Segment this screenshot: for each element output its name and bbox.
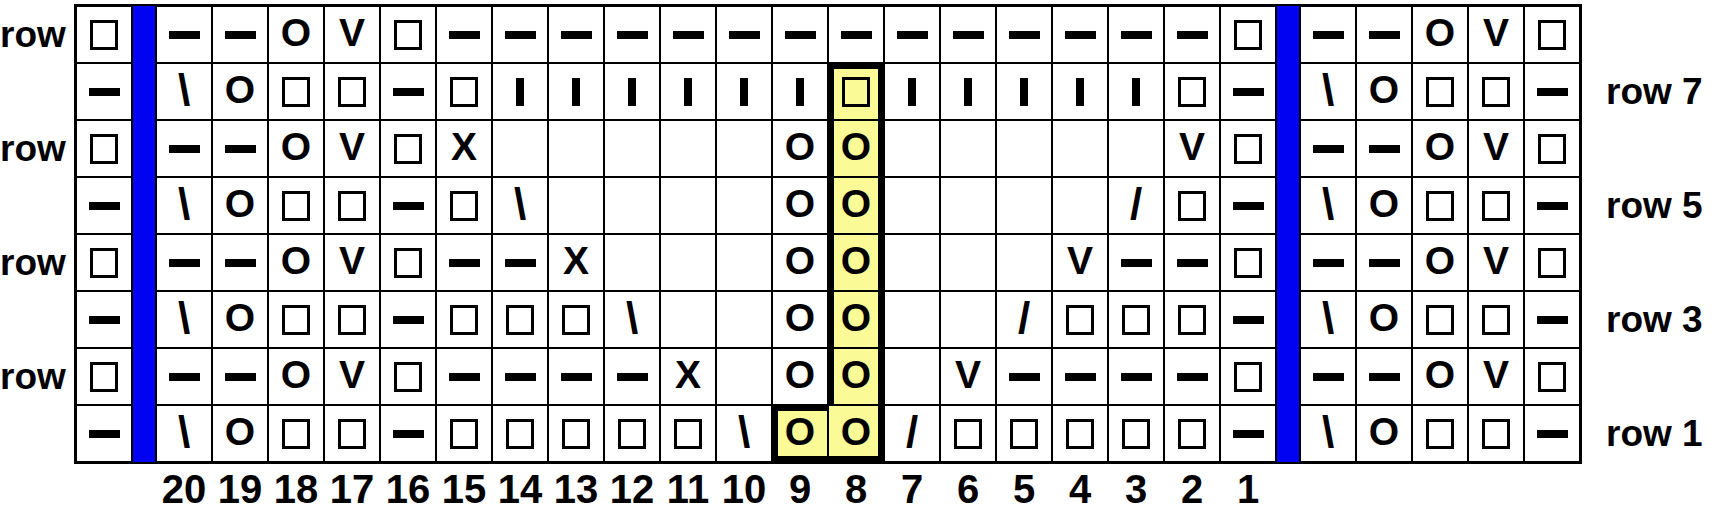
cell-row6-c7 — [884, 120, 940, 177]
cell-row7-c2 — [1164, 63, 1220, 120]
purl-dash-symbol — [169, 145, 200, 153]
column-number-2: 2 — [1164, 464, 1220, 514]
purl-dash-symbol — [225, 373, 256, 381]
yarnover-o-symbol: O — [841, 298, 871, 337]
cell-row6-c17: V — [324, 120, 380, 177]
cell-row8-c9 — [772, 6, 828, 63]
open-square-symbol — [1426, 305, 1454, 335]
row-label-right-6: row 3 — [1582, 291, 1716, 348]
cell-row3-c20: \ — [156, 291, 212, 348]
cell-row4-c3 — [1108, 234, 1164, 291]
backslash-symbol: \ — [1322, 68, 1334, 112]
open-square-symbol — [1538, 134, 1566, 164]
open-square-symbol — [450, 191, 478, 221]
purl-dash-symbol — [1369, 259, 1400, 267]
cell-row7-c14 — [492, 63, 548, 120]
cell-row4-c5 — [996, 234, 1052, 291]
cell-row5-c11 — [660, 177, 716, 234]
yarnover-o-symbol: O — [785, 298, 815, 337]
yarnover-o-symbol: O — [1369, 184, 1399, 223]
cell-row6-c8: O — [828, 120, 884, 177]
yarnover-o-symbol: O — [785, 412, 815, 451]
cell-row7-c6 — [940, 63, 996, 120]
purl-dash-symbol — [1313, 31, 1344, 39]
cell-row4-c4: V — [1052, 234, 1108, 291]
cell-row3-c6 — [940, 291, 996, 348]
open-square-symbol — [562, 305, 590, 335]
open-square-symbol — [1178, 419, 1206, 449]
cell-row1-c16 — [380, 405, 436, 462]
cell-row7-c1 — [1220, 63, 1276, 120]
cell-row7-c19: O — [212, 63, 268, 120]
cell-row4-c14 — [492, 234, 548, 291]
open-square-symbol — [282, 77, 310, 107]
purl-dash-symbol — [1369, 145, 1400, 153]
purl-dash-symbol — [225, 31, 256, 39]
cell-rightedge-row6-p5 — [1524, 120, 1580, 177]
yarnover-o-symbol: O — [841, 127, 871, 166]
knit-bar-symbol — [1132, 78, 1140, 106]
purl-dash-symbol — [1233, 88, 1264, 96]
cell-row2-c11: X — [660, 348, 716, 405]
open-square-symbol — [1482, 305, 1510, 335]
knit-bar-symbol — [628, 78, 636, 106]
cell-row8-c17: V — [324, 6, 380, 63]
purl-dash-symbol — [169, 373, 200, 381]
open-square-symbol — [506, 419, 534, 449]
open-square-symbol — [618, 419, 646, 449]
cell-row8-c3 — [1108, 6, 1164, 63]
cell-row7-c10 — [716, 63, 772, 120]
purl-dash-symbol — [393, 88, 424, 96]
column-number-9: 9 — [772, 464, 828, 514]
open-square-symbol — [90, 248, 118, 278]
column-number-18: 18 — [268, 464, 324, 514]
cell-row3-c11 — [660, 291, 716, 348]
row-label-left-6 — [0, 291, 75, 348]
yarnover-o-symbol: O — [281, 241, 311, 280]
chart-body: OVOV\O\OOVXOOVOV\O\OO/\OOVXOOVOV\O\OO/\O… — [74, 4, 1582, 514]
cell-rightedge-row8-p4: V — [1468, 6, 1524, 63]
cell-row6-c2: V — [1164, 120, 1220, 177]
yarnover-o-symbol: O — [1369, 412, 1399, 451]
cell-rightedge-row4-p1 — [1300, 234, 1356, 291]
purl-dash-symbol — [1537, 316, 1568, 324]
cell-row7-c9 — [772, 63, 828, 120]
column-number-6: 6 — [940, 464, 996, 514]
cell-row2-c16 — [380, 348, 436, 405]
open-square-symbol — [394, 20, 422, 50]
cell-row4-c11 — [660, 234, 716, 291]
v-symbol: V — [955, 355, 981, 394]
cell-row1-c3 — [1108, 405, 1164, 462]
open-square-symbol — [1482, 191, 1510, 221]
cell-row2-c9: O — [772, 348, 828, 405]
cell-row4-c6 — [940, 234, 996, 291]
column-number-14: 14 — [492, 464, 548, 514]
cell-row8-c19 — [212, 6, 268, 63]
cell-row7-c3 — [1108, 63, 1164, 120]
yarnover-o-symbol: O — [281, 13, 311, 52]
purl-dash-symbol — [449, 373, 480, 381]
purl-dash-symbol — [729, 31, 760, 39]
cell-row5-c4 — [1052, 177, 1108, 234]
cell-rightedge-row3-p4 — [1468, 291, 1524, 348]
purl-dash-symbol — [393, 202, 424, 210]
open-square-symbol — [338, 419, 366, 449]
open-square-symbol — [1426, 419, 1454, 449]
yarnover-o-symbol: O — [281, 355, 311, 394]
column-number-10: 10 — [716, 464, 772, 514]
cell-row6-c16 — [380, 120, 436, 177]
row-label-left-4 — [0, 177, 75, 234]
cell-row2-c8: O — [828, 348, 884, 405]
row-label-left-1: row — [0, 6, 75, 63]
purl-dash-symbol — [1233, 316, 1264, 324]
open-square-symbol — [338, 191, 366, 221]
backslash-symbol: \ — [178, 296, 190, 340]
cell-row8-c18: O — [268, 6, 324, 63]
cell-rightedge-row1-p1: \ — [1300, 405, 1356, 462]
cell-row6-c12 — [604, 120, 660, 177]
column-number-7: 7 — [884, 464, 940, 514]
cell-rightedge-row4-p4: V — [1468, 234, 1524, 291]
cell-row5-c9: O — [772, 177, 828, 234]
purl-dash-symbol — [505, 373, 536, 381]
cell-row6-c13 — [548, 120, 604, 177]
chart-grid: OVOV\O\OOVXOOVOV\O\OO/\OOVXOOVOV\O\OO/\O… — [74, 4, 1582, 464]
purl-dash-symbol — [1369, 373, 1400, 381]
open-square-symbol — [90, 134, 118, 164]
x-symbol: X — [675, 355, 701, 394]
cell-leftedge-row7 — [76, 63, 132, 120]
cell-row5-c13 — [548, 177, 604, 234]
purl-dash-symbol — [785, 31, 816, 39]
cell-row6-c1 — [1220, 120, 1276, 177]
yarnover-o-symbol: O — [1425, 355, 1455, 394]
purl-dash-symbol — [89, 430, 120, 438]
column-number-20: 20 — [156, 464, 212, 514]
cell-row5-c18 — [268, 177, 324, 234]
cell-row8-c13 — [548, 6, 604, 63]
cell-row1-c14 — [492, 405, 548, 462]
open-square-symbol — [1178, 305, 1206, 335]
open-square-symbol — [338, 305, 366, 335]
yarnover-o-symbol: O — [785, 241, 815, 280]
cell-row5-c5 — [996, 177, 1052, 234]
open-square-symbol — [1234, 134, 1262, 164]
v-symbol: V — [1483, 127, 1509, 166]
open-square-symbol — [450, 419, 478, 449]
open-square-symbol — [394, 362, 422, 392]
cell-row1-c7: / — [884, 405, 940, 462]
cell-row1-c1 — [1220, 405, 1276, 462]
cell-row4-c13: X — [548, 234, 604, 291]
yarnover-o-symbol: O — [225, 70, 255, 109]
cell-row7-c20: \ — [156, 63, 212, 120]
purl-dash-symbol — [1177, 373, 1208, 381]
backslash-symbol: \ — [178, 410, 190, 454]
cell-row6-c20 — [156, 120, 212, 177]
cell-row6-c18: O — [268, 120, 324, 177]
cell-row1-c13 — [548, 405, 604, 462]
yarnover-o-symbol: O — [785, 355, 815, 394]
open-square-symbol — [842, 77, 870, 107]
cell-row1-c20: \ — [156, 405, 212, 462]
cell-row4-c2 — [1164, 234, 1220, 291]
cell-rightedge-row3-p2: O — [1356, 291, 1412, 348]
purl-dash-symbol — [561, 31, 592, 39]
slash-symbol: / — [906, 410, 918, 454]
row-label-right-1 — [1582, 6, 1716, 63]
cell-rightedge-row7-p1: \ — [1300, 63, 1356, 120]
cell-rightedge-row4-p3: O — [1412, 234, 1468, 291]
backslash-symbol: \ — [626, 296, 638, 340]
cell-row1-c15 — [436, 405, 492, 462]
purl-dash-symbol — [1009, 373, 1040, 381]
column-number-12: 12 — [604, 464, 660, 514]
cell-row8-c2 — [1164, 6, 1220, 63]
purl-dash-symbol — [617, 31, 648, 39]
purl-dash-symbol — [1537, 88, 1568, 96]
row-label-left-2 — [0, 63, 75, 120]
open-square-symbol — [1178, 77, 1206, 107]
purl-dash-symbol — [1233, 202, 1264, 210]
v-symbol: V — [1483, 241, 1509, 280]
cell-rightedge-row5-p3 — [1412, 177, 1468, 234]
purl-dash-symbol — [1065, 373, 1096, 381]
cell-leftedge-row4 — [76, 234, 132, 291]
open-square-symbol — [338, 77, 366, 107]
knit-bar-symbol — [572, 78, 580, 106]
yarnover-o-symbol: O — [1369, 298, 1399, 337]
cell-rightedge-row4-p2 — [1356, 234, 1412, 291]
cell-row5-c10 — [716, 177, 772, 234]
cell-rightedge-row8-p1 — [1300, 6, 1356, 63]
knit-bar-symbol — [796, 78, 804, 106]
purl-dash-symbol — [1233, 430, 1264, 438]
cell-row2-c13 — [548, 348, 604, 405]
column-number-13: 13 — [548, 464, 604, 514]
open-square-symbol — [1538, 20, 1566, 50]
purl-dash-symbol — [505, 259, 536, 267]
purl-dash-symbol — [169, 31, 200, 39]
cell-row4-c10 — [716, 234, 772, 291]
cell-row5-c14: \ — [492, 177, 548, 234]
cell-row8-c11 — [660, 6, 716, 63]
v-symbol: V — [339, 355, 365, 394]
open-square-symbol — [1122, 305, 1150, 335]
purl-dash-symbol — [393, 430, 424, 438]
backslash-symbol: \ — [1322, 296, 1334, 340]
open-square-symbol — [506, 305, 534, 335]
cell-row3-c2 — [1164, 291, 1220, 348]
cell-row7-c11 — [660, 63, 716, 120]
backslash-symbol: \ — [178, 182, 190, 226]
cell-row1-c2 — [1164, 405, 1220, 462]
repeat-bar-right — [1276, 6, 1300, 462]
row-label-right-2: row 7 — [1582, 63, 1716, 120]
cell-row5-c20: \ — [156, 177, 212, 234]
knit-bar-symbol — [908, 78, 916, 106]
cell-row1-c11 — [660, 405, 716, 462]
knitting-chart: row row row row OVOV\O\OOVXOOVOV\O\OO/\O… — [0, 0, 1716, 514]
cell-row7-c16 — [380, 63, 436, 120]
cell-row1-c12 — [604, 405, 660, 462]
cell-row4-c9: O — [772, 234, 828, 291]
cell-row2-c20 — [156, 348, 212, 405]
knit-bar-symbol — [684, 78, 692, 106]
cell-rightedge-row1-p2: O — [1356, 405, 1412, 462]
purl-dash-symbol — [449, 31, 480, 39]
cell-rightedge-row6-p4: V — [1468, 120, 1524, 177]
purl-dash-symbol — [1121, 373, 1152, 381]
cell-row8-c1 — [1220, 6, 1276, 63]
cell-row8-c10 — [716, 6, 772, 63]
purl-dash-symbol — [561, 373, 592, 381]
purl-dash-symbol — [89, 202, 120, 210]
cell-row1-c8: O — [828, 405, 884, 462]
column-number-5: 5 — [996, 464, 1052, 514]
cell-row5-c19: O — [212, 177, 268, 234]
cell-row4-c12 — [604, 234, 660, 291]
cell-row8-c12 — [604, 6, 660, 63]
backslash-symbol: \ — [1322, 182, 1334, 226]
cell-row6-c15: X — [436, 120, 492, 177]
column-number-4: 4 — [1052, 464, 1108, 514]
knit-bar-symbol — [964, 78, 972, 106]
cell-row5-c17 — [324, 177, 380, 234]
cell-row2-c17: V — [324, 348, 380, 405]
backslash-symbol: \ — [178, 68, 190, 112]
row-label-left-5: row — [0, 234, 75, 291]
purl-dash-symbol — [1537, 202, 1568, 210]
cell-row1-c6 — [940, 405, 996, 462]
yarnover-o-symbol: O — [225, 412, 255, 451]
cell-row7-c4 — [1052, 63, 1108, 120]
row-label-right-3 — [1582, 120, 1716, 177]
yarnover-o-symbol: O — [841, 241, 871, 280]
cell-row4-c7 — [884, 234, 940, 291]
purl-dash-symbol — [1313, 259, 1344, 267]
cell-rightedge-row7-p5 — [1524, 63, 1580, 120]
cell-rightedge-row2-p4: V — [1468, 348, 1524, 405]
v-symbol: V — [339, 127, 365, 166]
knit-bar-symbol — [516, 78, 524, 106]
cell-row3-c10 — [716, 291, 772, 348]
yarnover-o-symbol: O — [281, 127, 311, 166]
yarnover-o-symbol: O — [225, 184, 255, 223]
purl-dash-symbol — [225, 145, 256, 153]
cell-row3-c5: / — [996, 291, 1052, 348]
backslash-symbol: \ — [514, 182, 526, 226]
cell-rightedge-row2-p5 — [1524, 348, 1580, 405]
cell-row6-c4 — [1052, 120, 1108, 177]
cell-rightedge-row8-p5 — [1524, 6, 1580, 63]
column-number-1: 1 — [1220, 464, 1276, 514]
purl-dash-symbol — [225, 259, 256, 267]
purl-dash-symbol — [1177, 31, 1208, 39]
cell-leftedge-row5 — [76, 177, 132, 234]
cell-row7-c13 — [548, 63, 604, 120]
cell-row3-c19: O — [212, 291, 268, 348]
cell-rightedge-row1-p4 — [1468, 405, 1524, 462]
v-symbol: V — [1179, 127, 1205, 166]
purl-dash-symbol — [1121, 259, 1152, 267]
cell-row6-c9: O — [772, 120, 828, 177]
left-row-labels: row row row row — [0, 4, 74, 462]
cell-row3-c15 — [436, 291, 492, 348]
v-symbol: V — [339, 241, 365, 280]
cell-row3-c13 — [548, 291, 604, 348]
yarnover-o-symbol: O — [1425, 127, 1455, 166]
cell-rightedge-row4-p5 — [1524, 234, 1580, 291]
open-square-symbol — [1178, 191, 1206, 221]
cell-row4-c20 — [156, 234, 212, 291]
column-number-3: 3 — [1108, 464, 1164, 514]
open-square-symbol — [1234, 20, 1262, 50]
cell-row3-c8: O — [828, 291, 884, 348]
cell-row6-c19 — [212, 120, 268, 177]
open-square-symbol — [1426, 191, 1454, 221]
cell-rightedge-row5-p2: O — [1356, 177, 1412, 234]
cell-row8-c5 — [996, 6, 1052, 63]
slash-symbol: / — [1018, 296, 1030, 340]
cell-rightedge-row8-p3: O — [1412, 6, 1468, 63]
cell-rightedge-row2-p3: O — [1412, 348, 1468, 405]
cell-row7-c12 — [604, 63, 660, 120]
open-square-symbol — [562, 419, 590, 449]
open-square-symbol — [282, 419, 310, 449]
cell-row2-c6: V — [940, 348, 996, 405]
cell-row5-c12 — [604, 177, 660, 234]
purl-dash-symbol — [1009, 31, 1040, 39]
cell-row8-c4 — [1052, 6, 1108, 63]
row-label-right-8: row 1 — [1582, 405, 1716, 462]
cell-rightedge-row7-p2: O — [1356, 63, 1412, 120]
purl-dash-symbol — [169, 259, 200, 267]
cell-row4-c1 — [1220, 234, 1276, 291]
cell-row5-c3: / — [1108, 177, 1164, 234]
cell-row1-c19: O — [212, 405, 268, 462]
v-symbol: V — [1067, 241, 1093, 280]
row-label-right-5 — [1582, 234, 1716, 291]
open-square-symbol — [282, 191, 310, 221]
purl-dash-symbol — [89, 316, 120, 324]
cell-rightedge-row3-p3 — [1412, 291, 1468, 348]
cell-row7-c18 — [268, 63, 324, 120]
cell-rightedge-row7-p4 — [1468, 63, 1524, 120]
cell-leftedge-row3 — [76, 291, 132, 348]
cell-row4-c19 — [212, 234, 268, 291]
open-square-symbol — [674, 419, 702, 449]
v-symbol: V — [339, 13, 365, 52]
knit-bar-symbol — [1076, 78, 1084, 106]
column-numbers-row: 2019181716151413121110987654321 — [76, 464, 1582, 514]
cell-rightedge-row6-p2 — [1356, 120, 1412, 177]
cell-rightedge-row2-p2 — [1356, 348, 1412, 405]
open-square-symbol — [90, 20, 118, 50]
open-square-symbol — [450, 305, 478, 335]
column-number-8: 8 — [828, 464, 884, 514]
cell-row2-c18: O — [268, 348, 324, 405]
row-label-right-7 — [1582, 348, 1716, 405]
open-square-symbol — [1066, 419, 1094, 449]
cell-row2-c15 — [436, 348, 492, 405]
cell-row5-c1 — [1220, 177, 1276, 234]
purl-dash-symbol — [673, 31, 704, 39]
cell-row3-c17 — [324, 291, 380, 348]
